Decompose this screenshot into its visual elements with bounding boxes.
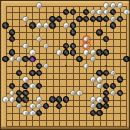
black-stone (63, 96, 69, 102)
black-stone (2, 22, 8, 28)
black-stone (70, 9, 76, 15)
black-stone (117, 90, 123, 96)
go-board (0, 0, 130, 130)
grid-line-vertical (126, 6, 127, 128)
grid-line-horizontal (6, 120, 128, 121)
black-stone (83, 16, 89, 22)
white-stone (90, 56, 96, 62)
white-stone (110, 90, 116, 96)
white-stone (83, 49, 89, 55)
white-stone (70, 90, 76, 96)
white-stone (43, 63, 49, 69)
black-stone (63, 49, 69, 55)
black-stone (36, 63, 42, 69)
white-stone (36, 2, 42, 8)
black-stone (56, 96, 62, 102)
white-stone (9, 90, 15, 96)
black-stone (117, 76, 123, 82)
white-stone (110, 2, 116, 8)
black-stone (22, 83, 28, 89)
white-stone (22, 110, 28, 116)
white-stone (29, 103, 35, 109)
white-stone (96, 9, 102, 15)
black-stone (29, 70, 35, 76)
white-stone (117, 2, 123, 8)
white-stone (110, 70, 116, 76)
star-point (25, 65, 27, 67)
black-stone (49, 96, 55, 102)
black-stone (96, 103, 102, 109)
black-stone (90, 110, 96, 116)
black-stone (103, 90, 109, 96)
black-stone (16, 90, 22, 96)
black-stone (103, 96, 109, 102)
black-stone (110, 9, 116, 15)
black-stone (83, 9, 89, 15)
black-stone (36, 83, 42, 89)
black-stone (16, 96, 22, 102)
black-stone (103, 36, 109, 42)
white-stone (22, 16, 28, 22)
black-stone (63, 9, 69, 15)
black-stone (56, 103, 62, 109)
black-stone (22, 56, 28, 62)
white-stone (22, 76, 28, 82)
white-stone (90, 9, 96, 15)
black-stone (76, 56, 82, 62)
white-stone (90, 76, 96, 82)
white-stone (29, 83, 35, 89)
black-stone (29, 22, 35, 28)
white-stone (110, 16, 116, 22)
white-stone (63, 22, 69, 28)
white-stone (43, 43, 49, 49)
white-stone (103, 2, 109, 8)
white-stone (43, 22, 49, 28)
white-stone (29, 49, 35, 55)
black-stone (96, 16, 102, 22)
white-stone (123, 9, 129, 15)
black-stone (9, 29, 15, 35)
black-stone (2, 56, 8, 62)
white-stone (36, 96, 42, 102)
black-stone (96, 49, 102, 55)
black-stone (103, 49, 109, 55)
white-stone (90, 103, 96, 109)
black-stone (103, 70, 109, 76)
black-stone (36, 110, 42, 116)
black-stone (22, 90, 28, 96)
white-stone (76, 90, 82, 96)
black-stone (96, 29, 102, 35)
black-stone (70, 49, 76, 55)
black-stone (103, 16, 109, 22)
white-stone (36, 36, 42, 42)
white-stone (36, 22, 42, 28)
black-stone (110, 22, 116, 28)
white-stone (16, 103, 22, 109)
white-stone (96, 76, 102, 82)
black-stone (103, 103, 109, 109)
black-stone (22, 96, 28, 102)
white-stone (96, 83, 102, 89)
white-stone (9, 96, 15, 102)
black-stone (110, 83, 116, 89)
black-stone (9, 83, 15, 89)
black-stone (117, 16, 123, 22)
grid-line-vertical (79, 6, 80, 128)
black-stone (123, 56, 129, 62)
white-stone (96, 96, 102, 102)
star-point (25, 25, 27, 27)
white-stone (90, 49, 96, 55)
white-stone (9, 56, 15, 62)
white-stone (56, 49, 62, 55)
white-stone (103, 9, 109, 15)
grid-line-vertical (120, 6, 121, 128)
black-stone (36, 70, 42, 76)
black-stone (96, 110, 102, 116)
black-stone (90, 16, 96, 22)
black-stone (49, 16, 55, 22)
white-stone (90, 96, 96, 102)
black-stone (103, 83, 109, 89)
black-stone (43, 103, 49, 109)
black-stone (16, 70, 22, 76)
white-stone (22, 43, 28, 49)
white-stone (29, 110, 35, 116)
black-stone (76, 16, 82, 22)
red-circle-marker (82, 41, 91, 50)
black-stone (70, 29, 76, 35)
black-stone (56, 16, 62, 22)
black-stone (63, 43, 69, 49)
black-stone (9, 36, 15, 42)
grid-line-horizontal (6, 126, 128, 127)
white-stone (2, 96, 8, 102)
black-stone (70, 43, 76, 49)
white-stone (16, 56, 22, 62)
star-point (65, 65, 67, 67)
white-stone (36, 103, 42, 109)
white-stone (83, 63, 89, 69)
black-stone (49, 22, 55, 28)
black-stone (96, 70, 102, 76)
black-stone (70, 22, 76, 28)
black-stone (9, 49, 15, 55)
